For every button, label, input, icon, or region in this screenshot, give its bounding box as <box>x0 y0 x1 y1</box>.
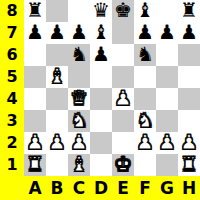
black-pawn-h7-icon: ♟ <box>180 22 198 43</box>
black-knight-f6-icon: ♞ <box>136 44 154 65</box>
square-g5[interactable] <box>156 66 178 88</box>
white-queen-c4-icon: ♛ <box>70 88 88 109</box>
square-f3[interactable]: ♞ <box>134 110 156 132</box>
square-d7[interactable]: ♝ <box>90 22 112 44</box>
square-h7[interactable]: ♟ <box>178 22 200 44</box>
file-label-A: A <box>24 176 46 200</box>
square-d3[interactable] <box>90 110 112 132</box>
white-bishop-c1-icon: ♝ <box>70 154 88 175</box>
square-b2[interactable]: ♟ <box>46 132 68 154</box>
file-label-D: D <box>90 176 112 200</box>
square-g6[interactable] <box>156 44 178 66</box>
file-label-C: C <box>68 176 90 200</box>
square-a3[interactable] <box>24 110 46 132</box>
square-b8[interactable] <box>46 0 68 22</box>
white-pawn-a2-icon: ♟ <box>26 132 44 153</box>
rank-label-6: 6 <box>0 44 24 66</box>
black-rook-h8-icon: ♜ <box>180 0 198 21</box>
black-pawn-a7-icon: ♟ <box>26 22 44 43</box>
square-e7[interactable] <box>112 22 134 44</box>
square-e3[interactable] <box>112 110 134 132</box>
square-g4[interactable] <box>156 88 178 110</box>
square-b3[interactable] <box>46 110 68 132</box>
rank-label-7: 7 <box>0 22 24 44</box>
rank-label-8: 8 <box>0 0 24 22</box>
square-e6[interactable] <box>112 44 134 66</box>
black-pawn-f7-icon: ♟ <box>136 22 154 43</box>
square-b1[interactable] <box>46 154 68 176</box>
square-a4[interactable] <box>24 88 46 110</box>
white-pawn-g2-icon: ♟ <box>158 132 176 153</box>
white-pawn-f2-icon: ♟ <box>136 132 154 153</box>
square-f2[interactable]: ♟ <box>134 132 156 154</box>
square-h1[interactable]: ♜ <box>178 154 200 176</box>
chess-board-diagram: 8♜♛♚♝♜7♟♟♟♝♟♟♟6♞♟♞5♝4♛♟3♞♞2♟♟♟♟♟♟1♜♝♚♜AB… <box>0 0 200 200</box>
square-c2[interactable]: ♟ <box>68 132 90 154</box>
rank-label-5: 5 <box>0 66 24 88</box>
file-label-H: H <box>178 176 200 200</box>
white-pawn-c2-icon: ♟ <box>70 132 88 153</box>
square-c5[interactable] <box>68 66 90 88</box>
square-h2[interactable]: ♟ <box>178 132 200 154</box>
square-f5[interactable] <box>134 66 156 88</box>
rank-label-3: 3 <box>0 110 24 132</box>
black-pawn-d6-icon: ♟ <box>92 44 110 65</box>
white-bishop-b5-icon: ♝ <box>48 66 66 87</box>
white-rook-h1-icon: ♜ <box>180 154 198 175</box>
black-rook-a8-icon: ♜ <box>26 0 44 21</box>
square-h6[interactable] <box>178 44 200 66</box>
square-f1[interactable] <box>134 154 156 176</box>
square-c8[interactable] <box>68 0 90 22</box>
corner-cell <box>0 176 24 200</box>
black-pawn-g7-icon: ♟ <box>158 22 176 43</box>
square-b5[interactable]: ♝ <box>46 66 68 88</box>
white-pawn-b2-icon: ♟ <box>48 132 66 153</box>
square-c4[interactable]: ♛ <box>68 88 90 110</box>
square-b7[interactable]: ♟ <box>46 22 68 44</box>
black-king-e8-icon: ♚ <box>114 0 132 21</box>
square-e4[interactable]: ♟ <box>112 88 134 110</box>
white-rook-a1-icon: ♜ <box>26 154 44 175</box>
square-h3[interactable] <box>178 110 200 132</box>
square-b6[interactable] <box>46 44 68 66</box>
square-h5[interactable] <box>178 66 200 88</box>
square-e5[interactable] <box>112 66 134 88</box>
square-a8[interactable]: ♜ <box>24 0 46 22</box>
square-d1[interactable] <box>90 154 112 176</box>
black-bishop-d7-icon: ♝ <box>92 22 110 43</box>
black-pawn-c7-icon: ♟ <box>70 22 88 43</box>
square-f6[interactable]: ♞ <box>134 44 156 66</box>
file-label-G: G <box>156 176 178 200</box>
square-g1[interactable] <box>156 154 178 176</box>
black-pawn-b7-icon: ♟ <box>48 22 66 43</box>
square-d6[interactable]: ♟ <box>90 44 112 66</box>
rank-label-1: 1 <box>0 154 24 176</box>
black-bishop-f8-icon: ♝ <box>136 0 154 21</box>
file-label-B: B <box>46 176 68 200</box>
square-c7[interactable]: ♟ <box>68 22 90 44</box>
square-c1[interactable]: ♝ <box>68 154 90 176</box>
white-king-e1-icon: ♚ <box>114 154 132 175</box>
square-d5[interactable] <box>90 66 112 88</box>
square-h8[interactable]: ♜ <box>178 0 200 22</box>
square-f4[interactable] <box>134 88 156 110</box>
rank-label-4: 4 <box>0 88 24 110</box>
square-a7[interactable]: ♟ <box>24 22 46 44</box>
square-a1[interactable]: ♜ <box>24 154 46 176</box>
black-knight-c6-icon: ♞ <box>70 44 88 65</box>
square-g7[interactable]: ♟ <box>156 22 178 44</box>
square-g3[interactable] <box>156 110 178 132</box>
square-c3[interactable]: ♞ <box>68 110 90 132</box>
square-b4[interactable] <box>46 88 68 110</box>
white-knight-c3-icon: ♞ <box>70 110 88 131</box>
square-e1[interactable]: ♚ <box>112 154 134 176</box>
square-a2[interactable]: ♟ <box>24 132 46 154</box>
white-knight-f3-icon: ♞ <box>136 110 154 131</box>
file-label-E: E <box>112 176 134 200</box>
square-a5[interactable] <box>24 66 46 88</box>
square-f7[interactable]: ♟ <box>134 22 156 44</box>
square-d8[interactable]: ♛ <box>90 0 112 22</box>
white-pawn-e4-icon: ♟ <box>114 88 132 109</box>
white-pawn-h2-icon: ♟ <box>180 132 198 153</box>
square-h4[interactable] <box>178 88 200 110</box>
square-e8[interactable]: ♚ <box>112 0 134 22</box>
square-c6[interactable]: ♞ <box>68 44 90 66</box>
black-queen-d8-icon: ♛ <box>92 0 110 21</box>
square-d2[interactable] <box>90 132 112 154</box>
rank-label-2: 2 <box>0 132 24 154</box>
file-label-F: F <box>134 176 156 200</box>
square-a6[interactable] <box>24 44 46 66</box>
square-e2[interactable] <box>112 132 134 154</box>
square-g2[interactable]: ♟ <box>156 132 178 154</box>
square-f8[interactable]: ♝ <box>134 0 156 22</box>
square-g8[interactable] <box>156 0 178 22</box>
square-d4[interactable] <box>90 88 112 110</box>
